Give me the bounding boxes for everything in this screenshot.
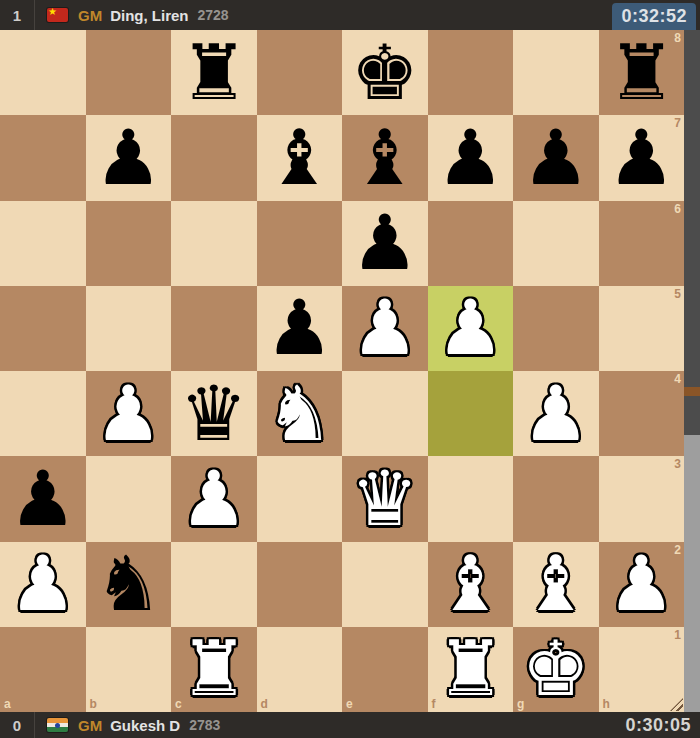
rank-label-7: 7	[674, 117, 681, 129]
square-h3[interactable]: 3	[599, 456, 685, 541]
rank-label-6: 6	[674, 203, 681, 215]
piece-white-knight[interactable]: ♞	[265, 376, 333, 452]
square-e2[interactable]	[342, 542, 428, 627]
piece-white-bishop[interactable]: ♝	[522, 546, 590, 622]
square-e1[interactable]: e	[342, 627, 428, 712]
scrollbar-marker	[684, 387, 700, 396]
file-label-h: h	[603, 698, 610, 710]
file-label-d: d	[261, 698, 268, 710]
square-c3[interactable]: ♟	[171, 456, 257, 541]
square-f7[interactable]: ♟	[428, 115, 514, 200]
square-a4[interactable]	[0, 371, 86, 456]
square-b6[interactable]	[86, 201, 172, 286]
piece-black-pawn[interactable]: ♟	[522, 120, 590, 196]
piece-white-pawn[interactable]: ♟	[351, 290, 419, 366]
file-label-g: g	[517, 698, 524, 710]
piece-white-pawn[interactable]: ♟	[522, 376, 590, 452]
chess-board: ♜♚8♜♟♝♝♟♟7♟♟6♟♟♟5♟♛♞♟4♟♟♛3♟♞♝♝2♟abc♜def♜…	[0, 30, 684, 712]
square-d8[interactable]	[257, 30, 343, 115]
bar-divider	[34, 0, 35, 30]
square-b3[interactable]	[86, 456, 172, 541]
file-label-a: a	[4, 698, 11, 710]
square-b7[interactable]: ♟	[86, 115, 172, 200]
square-f1[interactable]: f♜	[428, 627, 514, 712]
square-g6[interactable]	[513, 201, 599, 286]
square-g8[interactable]	[513, 30, 599, 115]
scrollbar-track	[684, 30, 700, 712]
square-f4[interactable]	[428, 371, 514, 456]
square-d6[interactable]	[257, 201, 343, 286]
square-g1[interactable]: g♚	[513, 627, 599, 712]
bottom-player-bar: 0 GM Gukesh D 2783 0:30:05	[0, 712, 700, 738]
square-g2[interactable]: ♝	[513, 542, 599, 627]
square-e6[interactable]: ♟	[342, 201, 428, 286]
piece-black-bishop[interactable]: ♝	[351, 120, 419, 196]
square-e3[interactable]: ♛	[342, 456, 428, 541]
piece-black-bishop[interactable]: ♝	[265, 120, 333, 196]
top-player-title: GM	[78, 7, 102, 24]
square-c8[interactable]: ♜	[171, 30, 257, 115]
square-c7[interactable]	[171, 115, 257, 200]
top-player-score: 1	[0, 7, 34, 24]
piece-white-king[interactable]: ♚	[522, 631, 590, 707]
rank-label-4: 4	[674, 373, 681, 385]
square-a2[interactable]: ♟	[0, 542, 86, 627]
rank-label-8: 8	[674, 32, 681, 44]
square-e8[interactable]: ♚	[342, 30, 428, 115]
square-c2[interactable]	[171, 542, 257, 627]
piece-black-rook[interactable]: ♜	[180, 35, 248, 111]
top-player-clock: 0:32:52	[612, 3, 696, 30]
bar-divider	[34, 712, 35, 738]
top-player-name: Ding, Liren	[110, 7, 188, 24]
square-d7[interactable]: ♝	[257, 115, 343, 200]
square-g7[interactable]: ♟	[513, 115, 599, 200]
piece-white-rook[interactable]: ♜	[180, 631, 248, 707]
bottom-player-title: GM	[78, 717, 102, 734]
square-f6[interactable]	[428, 201, 514, 286]
square-a6[interactable]	[0, 201, 86, 286]
scrollbar-thumb[interactable]	[684, 435, 700, 712]
square-d3[interactable]	[257, 456, 343, 541]
square-d4[interactable]: ♞	[257, 371, 343, 456]
china-flag-icon: ★	[47, 8, 68, 22]
piece-black-king[interactable]: ♚	[351, 35, 419, 111]
square-b2[interactable]: ♞	[86, 542, 172, 627]
square-b1[interactable]: b	[86, 627, 172, 712]
bottom-player-name: Gukesh D	[110, 717, 180, 734]
square-b5[interactable]	[86, 286, 172, 371]
piece-black-pawn[interactable]: ♟	[351, 205, 419, 281]
square-h4[interactable]: 4	[599, 371, 685, 456]
file-label-b: b	[90, 698, 97, 710]
piece-white-bishop[interactable]: ♝	[436, 546, 504, 622]
piece-black-knight[interactable]: ♞	[94, 546, 162, 622]
board-area: ♜♚8♜♟♝♝♟♟7♟♟6♟♟♟5♟♛♞♟4♟♟♛3♟♞♝♝2♟abc♜def♜…	[0, 30, 700, 712]
piece-white-pawn[interactable]: ♟	[9, 546, 77, 622]
file-label-c: c	[175, 698, 182, 710]
china-flag-star-icon: ★	[48, 8, 57, 19]
square-h6[interactable]: 6	[599, 201, 685, 286]
square-h1[interactable]: 1h	[599, 627, 685, 712]
square-a1[interactable]: a	[0, 627, 86, 712]
piece-black-pawn[interactable]: ♟	[607, 120, 675, 196]
india-flag-chakra-icon	[55, 723, 60, 728]
top-player-bar: 1 ★ GM Ding, Liren 2728 0:32:52	[0, 0, 700, 30]
square-h7[interactable]: 7♟	[599, 115, 685, 200]
bottom-player-score: 0	[0, 717, 34, 734]
piece-white-queen[interactable]: ♛	[351, 461, 419, 537]
file-label-f: f	[432, 698, 436, 710]
piece-black-rook[interactable]: ♜	[607, 35, 675, 111]
piece-white-pawn[interactable]: ♟	[94, 376, 162, 452]
piece-black-queen[interactable]: ♛	[180, 376, 248, 452]
square-g4[interactable]: ♟	[513, 371, 599, 456]
square-e5[interactable]: ♟	[342, 286, 428, 371]
piece-white-pawn[interactable]: ♟	[436, 290, 504, 366]
chess-broadcast-window: 1 ★ GM Ding, Liren 2728 0:32:52 ♜♚8♜♟♝♝♟…	[0, 0, 700, 738]
square-f5[interactable]: ♟	[428, 286, 514, 371]
piece-black-pawn[interactable]: ♟	[9, 461, 77, 537]
rank-label-2: 2	[674, 544, 681, 556]
square-d5[interactable]: ♟	[257, 286, 343, 371]
piece-black-pawn[interactable]: ♟	[436, 120, 504, 196]
piece-white-pawn[interactable]: ♟	[180, 461, 248, 537]
piece-white-pawn[interactable]: ♟	[607, 546, 675, 622]
piece-white-rook[interactable]: ♜	[436, 631, 504, 707]
rank-label-5: 5	[674, 288, 681, 300]
rank-label-1: 1	[674, 629, 681, 641]
square-b4[interactable]: ♟	[86, 371, 172, 456]
piece-black-pawn[interactable]: ♟	[94, 120, 162, 196]
square-h2[interactable]: 2♟	[599, 542, 685, 627]
square-a3[interactable]: ♟	[0, 456, 86, 541]
india-flag-icon	[47, 718, 68, 732]
bottom-player-clock: 0:30:05	[616, 715, 700, 736]
square-c6[interactable]	[171, 201, 257, 286]
square-h8[interactable]: 8♜	[599, 30, 685, 115]
bottom-player-rating: 2783	[189, 717, 220, 733]
square-e4[interactable]	[342, 371, 428, 456]
square-h5[interactable]: 5	[599, 286, 685, 371]
square-d1[interactable]: d	[257, 627, 343, 712]
square-c4[interactable]: ♛	[171, 371, 257, 456]
square-f2[interactable]: ♝	[428, 542, 514, 627]
square-e7[interactable]: ♝	[342, 115, 428, 200]
square-g5[interactable]	[513, 286, 599, 371]
resize-handle[interactable]	[670, 698, 683, 711]
piece-black-pawn[interactable]: ♟	[265, 290, 333, 366]
square-d2[interactable]	[257, 542, 343, 627]
square-a5[interactable]	[0, 286, 86, 371]
square-b8[interactable]	[86, 30, 172, 115]
square-a8[interactable]	[0, 30, 86, 115]
top-player-rating: 2728	[198, 7, 229, 23]
rank-label-3: 3	[674, 458, 681, 470]
file-label-e: e	[346, 698, 353, 710]
square-c1[interactable]: c♜	[171, 627, 257, 712]
square-g3[interactable]	[513, 456, 599, 541]
square-c5[interactable]	[171, 286, 257, 371]
square-f3[interactable]	[428, 456, 514, 541]
square-a7[interactable]	[0, 115, 86, 200]
square-f8[interactable]	[428, 30, 514, 115]
